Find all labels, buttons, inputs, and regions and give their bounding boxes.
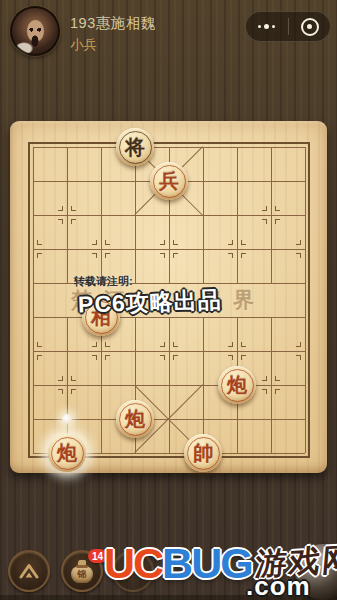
grid-line bbox=[67, 317, 68, 453]
menu-button[interactable] bbox=[8, 550, 50, 592]
point-marker bbox=[37, 355, 42, 360]
piece-ring bbox=[153, 165, 186, 198]
point-marker bbox=[173, 342, 178, 347]
grid-line bbox=[237, 147, 238, 283]
point-marker bbox=[37, 253, 42, 258]
grid-line bbox=[101, 147, 102, 283]
miniprogram-capsule bbox=[245, 11, 331, 42]
money-bag-icon: 锦 bbox=[70, 559, 94, 583]
point-marker bbox=[160, 342, 165, 347]
player-name: 小兵 bbox=[70, 36, 97, 54]
bag-label: 锦 bbox=[78, 568, 87, 581]
point-marker bbox=[92, 253, 97, 258]
point-marker bbox=[58, 376, 63, 381]
point-marker bbox=[58, 219, 63, 224]
piece-ring bbox=[51, 437, 84, 470]
point-marker bbox=[241, 355, 246, 360]
point-marker bbox=[173, 240, 178, 245]
point-marker bbox=[262, 389, 267, 394]
point-marker bbox=[275, 376, 280, 381]
point-marker bbox=[71, 389, 76, 394]
piece-red-3-8[interactable]: 炮 bbox=[116, 400, 154, 438]
point-marker bbox=[160, 253, 165, 258]
circle-dot-icon bbox=[301, 18, 319, 36]
point-marker bbox=[173, 355, 178, 360]
point-marker bbox=[105, 240, 110, 245]
hint-bag-button[interactable]: 锦 14 bbox=[61, 550, 103, 592]
xiangqi-board[interactable]: 楚河 汉界 将兵相炮炮炮帥 转载请注明: PC6攻略出品 bbox=[10, 121, 327, 473]
point-marker bbox=[296, 342, 301, 347]
app-screen: 193惠施相魏 小兵 楚河 汉界 将兵相炮炮炮帥 转载请注明: PC6攻略出品 bbox=[0, 0, 337, 600]
point-marker bbox=[71, 206, 76, 211]
watermark-brand: PC6攻略出品 bbox=[78, 285, 223, 321]
point-marker bbox=[241, 240, 246, 245]
point-marker bbox=[160, 355, 165, 360]
point-marker bbox=[228, 240, 233, 245]
point-marker bbox=[262, 219, 267, 224]
piece-red-6-7[interactable]: 炮 bbox=[218, 366, 256, 404]
piece-ring bbox=[221, 369, 254, 402]
point-marker bbox=[92, 240, 97, 245]
point-marker bbox=[241, 253, 246, 258]
watermark-note: 转载请注明: bbox=[74, 274, 133, 289]
ellipsis-dots-icon bbox=[258, 24, 275, 29]
point-marker bbox=[105, 342, 110, 347]
piece-red-4-1[interactable]: 兵 bbox=[150, 162, 188, 200]
last-move-dot bbox=[62, 414, 72, 424]
point-marker bbox=[275, 206, 280, 211]
grid-line bbox=[67, 147, 68, 283]
header: 193惠施相魏 小兵 bbox=[0, 0, 337, 62]
piece-ring bbox=[187, 437, 220, 470]
piece-ring bbox=[119, 403, 152, 436]
watermark-bug: BUG bbox=[162, 540, 252, 587]
piece-red-5-9[interactable]: 帥 bbox=[184, 434, 222, 472]
point-marker bbox=[275, 389, 280, 394]
piece-black-3-0[interactable]: 将 bbox=[116, 128, 154, 166]
piece-red-1-9[interactable]: 炮 bbox=[48, 434, 86, 472]
point-marker bbox=[173, 253, 178, 258]
grid-line bbox=[271, 317, 272, 453]
point-marker bbox=[228, 355, 233, 360]
point-marker bbox=[241, 342, 246, 347]
chevron-up-icon bbox=[17, 561, 41, 581]
point-marker bbox=[105, 355, 110, 360]
grid-line bbox=[271, 147, 272, 283]
point-marker bbox=[228, 342, 233, 347]
puzzle-title: 193惠施相魏 bbox=[70, 14, 156, 33]
point-marker bbox=[58, 389, 63, 394]
point-marker bbox=[58, 206, 63, 211]
bottom-edge bbox=[0, 595, 337, 600]
point-marker bbox=[37, 342, 42, 347]
point-marker bbox=[262, 206, 267, 211]
grid-line bbox=[305, 147, 306, 453]
point-marker bbox=[275, 219, 280, 224]
point-marker bbox=[296, 240, 301, 245]
glossy-sphere-decor bbox=[295, 544, 337, 600]
point-marker bbox=[160, 240, 165, 245]
more-button[interactable] bbox=[245, 11, 288, 42]
piece-ring bbox=[119, 131, 152, 164]
point-marker bbox=[228, 253, 233, 258]
point-marker bbox=[92, 355, 97, 360]
grid-line bbox=[101, 317, 102, 453]
point-marker bbox=[92, 342, 97, 347]
point-marker bbox=[296, 355, 301, 360]
point-marker bbox=[296, 253, 301, 258]
point-marker bbox=[71, 219, 76, 224]
point-marker bbox=[37, 240, 42, 245]
grid-line bbox=[169, 317, 170, 453]
exit-button[interactable] bbox=[289, 11, 332, 42]
player-avatar bbox=[10, 6, 60, 56]
hidden-button[interactable] bbox=[112, 550, 154, 592]
point-marker bbox=[105, 253, 110, 258]
grid-line bbox=[33, 147, 34, 453]
point-marker bbox=[262, 376, 267, 381]
point-marker bbox=[71, 376, 76, 381]
hint-count-badge: 14 bbox=[88, 549, 107, 563]
